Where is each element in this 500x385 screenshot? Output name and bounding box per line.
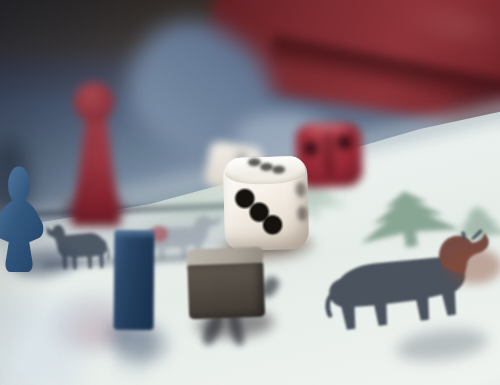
red-pawn [66, 78, 126, 230]
gray-cube-front-face [187, 263, 265, 320]
red-die-edge-crease [322, 131, 335, 179]
red-die-pip [337, 135, 351, 149]
gray-cube [187, 247, 265, 320]
blue-block [114, 230, 155, 330]
cow-horns [463, 230, 482, 240]
blue-block-reflection [113, 328, 154, 384]
cow-head-red-glow [446, 248, 500, 284]
white-die-front [223, 156, 309, 251]
blue-meeple [0, 163, 51, 273]
red-pawn-head [74, 82, 114, 122]
die-side-pip [297, 206, 307, 221]
die-side-pip [295, 182, 305, 197]
blue-block-top-rim [114, 230, 154, 239]
photo-canvas [0, 0, 500, 385]
cow-tail [106, 247, 109, 259]
die-pip [261, 214, 284, 237]
red-die-pip [304, 141, 318, 155]
red-pawn-body [72, 114, 120, 226]
bottom-left-light [0, 300, 80, 385]
meeple-silhouette [0, 166, 43, 272]
